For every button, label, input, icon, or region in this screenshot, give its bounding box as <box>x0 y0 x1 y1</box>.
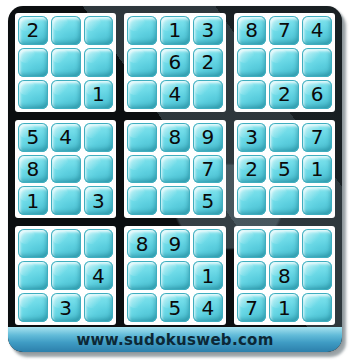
given-digit: 5 <box>18 123 48 152</box>
given-digit: 7 <box>237 293 267 322</box>
given-digit: 2 <box>193 48 223 77</box>
given-digit: 2 <box>269 80 299 109</box>
cell-r2c6[interactable]: 2 <box>193 48 223 77</box>
cell-r6c7[interactable] <box>237 186 267 215</box>
cell-r1c2[interactable] <box>51 16 81 45</box>
given-digit: 5 <box>269 155 299 184</box>
given-digit: 3 <box>193 16 223 45</box>
cell-r4c2[interactable]: 4 <box>51 123 81 152</box>
cell-r5c6[interactable]: 7 <box>193 155 223 184</box>
given-digit: 8 <box>160 123 190 152</box>
box-7: 43 <box>15 226 116 325</box>
given-digit: 6 <box>160 48 190 77</box>
cell-r1c5[interactable]: 1 <box>160 16 190 45</box>
given-digit: 1 <box>160 16 190 45</box>
box-5: 8975 <box>124 120 225 219</box>
cell-r6c3[interactable]: 3 <box>84 186 114 215</box>
given-digit: 5 <box>193 186 223 215</box>
cell-r8c2[interactable] <box>51 261 81 290</box>
cell-r2c5[interactable]: 6 <box>160 48 190 77</box>
given-digit: 8 <box>18 155 48 184</box>
cell-r4c3[interactable] <box>84 123 114 152</box>
cell-r1c6[interactable]: 3 <box>193 16 223 45</box>
cell-r5c3[interactable] <box>84 155 114 184</box>
given-digit: 4 <box>51 123 81 152</box>
given-digit: 4 <box>193 293 223 322</box>
given-digit: 7 <box>193 155 223 184</box>
sudoku-grid: 211362487426548138975372514389154871 <box>15 13 335 325</box>
cell-r2c2[interactable] <box>51 48 81 77</box>
cell-r8c5[interactable] <box>160 261 190 290</box>
page: 211362487426548138975372514389154871 www… <box>0 0 350 360</box>
cell-r6c8[interactable] <box>269 186 299 215</box>
cell-r2c9[interactable] <box>302 48 332 77</box>
cell-r7c6[interactable] <box>193 229 223 258</box>
cell-r9c3[interactable] <box>84 293 114 322</box>
cell-r1c9[interactable]: 4 <box>302 16 332 45</box>
cell-r3c3[interactable]: 1 <box>84 80 114 109</box>
given-digit: 9 <box>160 229 190 258</box>
cell-r3c7[interactable] <box>237 80 267 109</box>
box-1: 21 <box>15 13 116 112</box>
cell-r6c1[interactable]: 1 <box>18 186 48 215</box>
cell-r9c9[interactable] <box>302 293 332 322</box>
cell-r5c8[interactable]: 5 <box>269 155 299 184</box>
cell-r5c9[interactable]: 1 <box>302 155 332 184</box>
cell-r5c7[interactable]: 2 <box>237 155 267 184</box>
cell-r3c1[interactable] <box>18 80 48 109</box>
cell-r3c5[interactable]: 4 <box>160 80 190 109</box>
footer-band: www.sudokusweb.com <box>8 327 342 352</box>
cell-r1c8[interactable]: 7 <box>269 16 299 45</box>
cell-r9c4[interactable] <box>127 293 157 322</box>
given-digit: 8 <box>127 229 157 258</box>
cell-r7c8[interactable] <box>269 229 299 258</box>
site-link[interactable]: www.sudokusweb.com <box>76 331 273 349</box>
cell-r6c4[interactable] <box>127 186 157 215</box>
cell-r7c7[interactable] <box>237 229 267 258</box>
given-digit: 1 <box>84 80 114 109</box>
cell-r9c1[interactable] <box>18 293 48 322</box>
cell-r6c9[interactable] <box>302 186 332 215</box>
cell-r5c2[interactable] <box>51 155 81 184</box>
cell-r4c7[interactable]: 3 <box>237 123 267 152</box>
cell-r3c4[interactable] <box>127 80 157 109</box>
given-digit: 7 <box>302 123 332 152</box>
cell-r4c8[interactable] <box>269 123 299 152</box>
cell-r9c8[interactable]: 1 <box>269 293 299 322</box>
given-digit: 3 <box>237 123 267 152</box>
cell-r9c5[interactable]: 5 <box>160 293 190 322</box>
cell-r8c8[interactable]: 8 <box>269 261 299 290</box>
given-digit: 2 <box>18 16 48 45</box>
cell-r8c3[interactable]: 4 <box>84 261 114 290</box>
cell-r2c4[interactable] <box>127 48 157 77</box>
box-8: 89154 <box>124 226 225 325</box>
box-4: 54813 <box>15 120 116 219</box>
cell-r8c4[interactable] <box>127 261 157 290</box>
cell-r4c5[interactable]: 8 <box>160 123 190 152</box>
given-digit: 3 <box>84 186 114 215</box>
cell-r1c3[interactable] <box>84 16 114 45</box>
cell-r2c3[interactable] <box>84 48 114 77</box>
box-6: 37251 <box>234 120 335 219</box>
given-digit: 3 <box>51 293 81 322</box>
sudoku-board-frame: 211362487426548138975372514389154871 www… <box>8 6 342 352</box>
given-digit: 1 <box>302 155 332 184</box>
cell-r3c2[interactable] <box>51 80 81 109</box>
given-digit: 1 <box>18 186 48 215</box>
cell-r1c4[interactable] <box>127 16 157 45</box>
cell-r8c1[interactable] <box>18 261 48 290</box>
given-digit: 7 <box>269 16 299 45</box>
cell-r7c9[interactable] <box>302 229 332 258</box>
cell-r7c3[interactable] <box>84 229 114 258</box>
given-digit: 2 <box>237 155 267 184</box>
cell-r9c6[interactable]: 4 <box>193 293 223 322</box>
cell-r6c2[interactable] <box>51 186 81 215</box>
cell-r1c1[interactable]: 2 <box>18 16 48 45</box>
cell-r7c5[interactable]: 9 <box>160 229 190 258</box>
given-digit: 4 <box>160 80 190 109</box>
cell-r1c7[interactable]: 8 <box>237 16 267 45</box>
cell-r6c6[interactable]: 5 <box>193 186 223 215</box>
given-digit: 4 <box>302 16 332 45</box>
cell-r8c6[interactable]: 1 <box>193 261 223 290</box>
cell-r8c7[interactable] <box>237 261 267 290</box>
given-digit: 1 <box>193 261 223 290</box>
given-digit: 1 <box>269 293 299 322</box>
cell-r3c6[interactable] <box>193 80 223 109</box>
cell-r4c9[interactable]: 7 <box>302 123 332 152</box>
given-digit: 9 <box>193 123 223 152</box>
box-3: 87426 <box>234 13 335 112</box>
cell-r3c8[interactable]: 2 <box>269 80 299 109</box>
box-9: 871 <box>234 226 335 325</box>
cell-r9c2[interactable]: 3 <box>51 293 81 322</box>
cell-r5c1[interactable]: 8 <box>18 155 48 184</box>
cell-r7c2[interactable] <box>51 229 81 258</box>
given-digit: 6 <box>302 80 332 109</box>
given-digit: 5 <box>160 293 190 322</box>
cell-r2c1[interactable] <box>18 48 48 77</box>
cell-r7c4[interactable]: 8 <box>127 229 157 258</box>
cell-r5c4[interactable] <box>127 155 157 184</box>
cell-r4c6[interactable]: 9 <box>193 123 223 152</box>
cell-r5c5[interactable] <box>160 155 190 184</box>
given-digit: 8 <box>269 261 299 290</box>
given-digit: 8 <box>237 16 267 45</box>
cell-r2c7[interactable] <box>237 48 267 77</box>
cell-r6c5[interactable] <box>160 186 190 215</box>
given-digit: 4 <box>84 261 114 290</box>
cell-r4c1[interactable]: 5 <box>18 123 48 152</box>
cell-r2c8[interactable] <box>269 48 299 77</box>
cell-r3c9[interactable]: 6 <box>302 80 332 109</box>
cell-r9c7[interactable]: 7 <box>237 293 267 322</box>
cell-r7c1[interactable] <box>18 229 48 258</box>
cell-r8c9[interactable] <box>302 261 332 290</box>
box-2: 13624 <box>124 13 225 112</box>
cell-r4c4[interactable] <box>127 123 157 152</box>
